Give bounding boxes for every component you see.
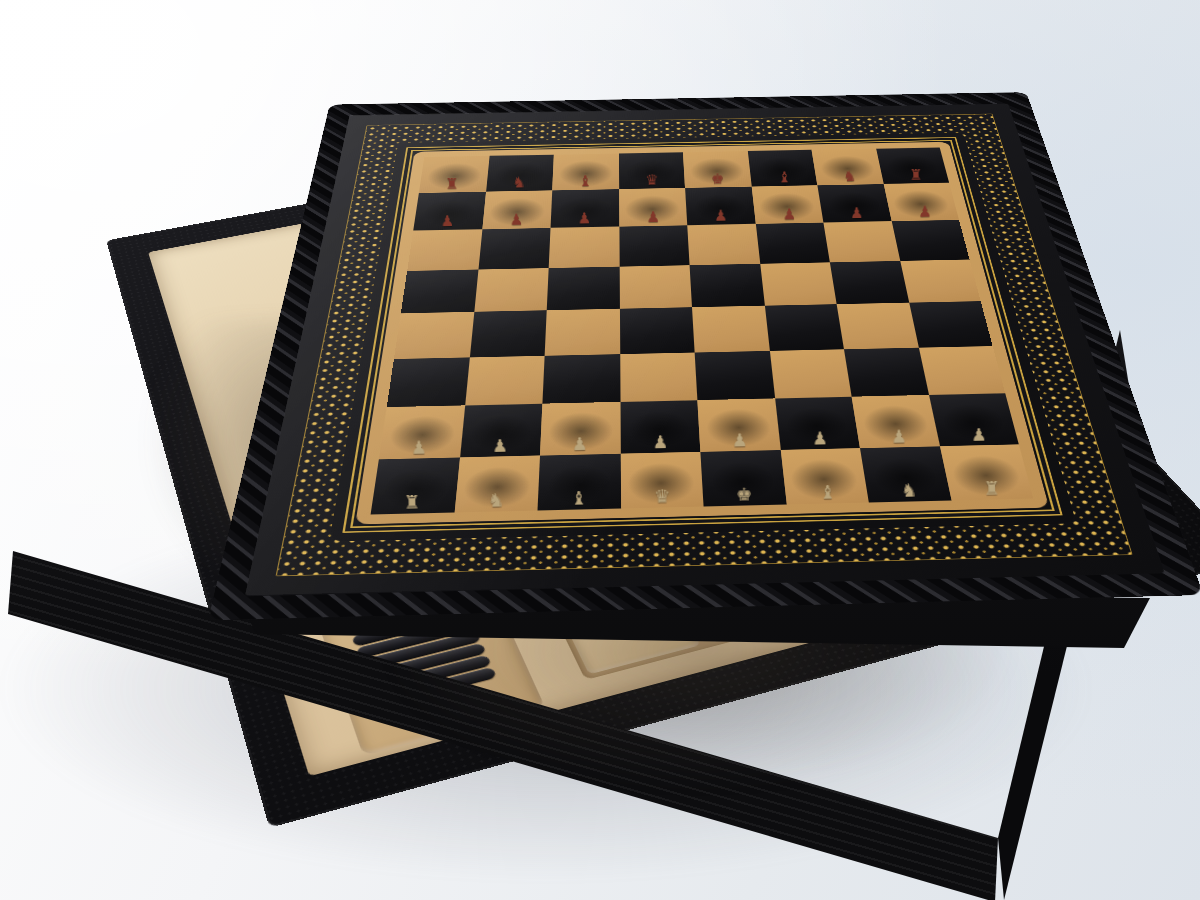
square-b6[interactable]	[478, 228, 550, 269]
square-b1[interactable]: ♞	[454, 455, 540, 512]
square-b8[interactable]: ♞	[486, 155, 554, 192]
square-f5[interactable]	[760, 262, 837, 306]
square-d8[interactable]: ♛	[619, 152, 686, 189]
square-e4[interactable]	[692, 306, 769, 353]
square-c1[interactable]: ♝	[537, 453, 620, 510]
square-h8[interactable]: ♜	[876, 147, 949, 183]
square-g3[interactable]	[844, 347, 929, 396]
square-h5[interactable]	[900, 259, 981, 302]
piece-black-pawn[interactable]: ♟	[578, 212, 592, 226]
square-c7[interactable]: ♟	[551, 189, 619, 228]
square-a8[interactable]: ♜	[419, 156, 489, 193]
piece-white-pawn[interactable]: ♟	[411, 440, 427, 457]
board-grid: ♜♞♝♛♚♝♞♜♟♟♟♟♟♟♟♟♟♟♟♟♟♟♟♟♜♞♝♛♚♝♞♜	[371, 147, 1034, 514]
square-d2[interactable]: ♟	[620, 400, 700, 453]
piece-white-bishop[interactable]: ♝	[819, 485, 836, 502]
piece-white-pawn[interactable]: ♟	[732, 433, 748, 450]
piece-black-pawn[interactable]: ♟	[714, 209, 728, 223]
square-f3[interactable]	[769, 349, 851, 399]
piece-black-pawn[interactable]: ♟	[850, 207, 864, 221]
square-g6[interactable]	[823, 221, 899, 262]
square-f1[interactable]: ♝	[780, 448, 869, 505]
square-g8[interactable]: ♞	[812, 149, 884, 185]
square-g4[interactable]	[837, 303, 919, 349]
square-e5[interactable]	[690, 263, 765, 307]
square-g7[interactable]: ♟	[817, 184, 891, 223]
square-b4[interactable]	[469, 310, 546, 357]
square-g1[interactable]: ♞	[860, 446, 951, 503]
piece-white-rook[interactable]: ♜	[404, 495, 421, 512]
piece-black-rook[interactable]: ♜	[446, 177, 459, 191]
piece-black-knight[interactable]: ♞	[843, 170, 856, 184]
square-e2[interactable]: ♟	[697, 398, 780, 451]
square-f4[interactable]	[764, 304, 844, 350]
piece-white-pawn[interactable]: ♟	[652, 435, 668, 452]
square-g5[interactable]	[830, 261, 909, 305]
square-d3[interactable]	[620, 352, 698, 402]
scene: ♜♞♝♛♚♝♞♜♟♟♟♟♟♟♟♟♟♟♟♟♟♟♟♟♜♞♝♛♚♝♞♜	[0, 0, 1200, 900]
square-h2[interactable]: ♟	[929, 393, 1019, 446]
square-g2[interactable]: ♟	[852, 395, 940, 448]
square-h6[interactable]	[891, 220, 969, 261]
square-e8[interactable]: ♚	[683, 151, 751, 188]
square-f7[interactable]: ♟	[751, 185, 823, 224]
square-e3[interactable]	[695, 351, 775, 401]
square-d7[interactable]: ♟	[619, 188, 688, 227]
square-b3[interactable]	[465, 355, 545, 405]
chessboard: ♜♞♝♛♚♝♞♜♟♟♟♟♟♟♟♟♟♟♟♟♟♟♟♟♜♞♝♛♚♝♞♜	[208, 92, 1200, 620]
square-a4[interactable]	[394, 312, 474, 359]
square-a7[interactable]: ♟	[413, 191, 485, 230]
piece-white-pawn[interactable]: ♟	[891, 429, 907, 446]
square-c2[interactable]: ♟	[540, 402, 620, 455]
piece-black-pawn[interactable]: ♟	[918, 205, 932, 219]
piece-white-king[interactable]: ♚	[736, 487, 753, 504]
square-h1[interactable]: ♜	[939, 444, 1033, 500]
square-d4[interactable]	[619, 307, 694, 354]
piece-white-bishop[interactable]: ♝	[571, 491, 588, 508]
piece-black-bishop[interactable]: ♝	[579, 175, 592, 189]
piece-black-bishop[interactable]: ♝	[777, 171, 790, 185]
piece-white-pawn[interactable]: ♟	[971, 427, 987, 444]
square-e7[interactable]: ♟	[685, 186, 755, 225]
piece-white-pawn[interactable]: ♟	[812, 431, 828, 448]
piece-white-rook[interactable]: ♜	[983, 481, 1000, 498]
piece-white-knight[interactable]: ♞	[901, 483, 918, 500]
square-a1[interactable]: ♜	[371, 457, 460, 514]
square-c4[interactable]	[545, 309, 620, 356]
square-f8[interactable]: ♝	[747, 150, 817, 187]
square-h7[interactable]: ♟	[883, 183, 959, 222]
square-a6[interactable]	[407, 229, 482, 270]
square-c5[interactable]	[547, 266, 620, 310]
piece-white-queen[interactable]: ♛	[654, 489, 671, 506]
piece-white-knight[interactable]: ♞	[487, 493, 504, 510]
square-d1[interactable]: ♛	[620, 452, 703, 509]
piece-black-pawn[interactable]: ♟	[646, 211, 660, 225]
piece-black-knight[interactable]: ♞	[512, 176, 525, 190]
square-f2[interactable]: ♟	[775, 397, 860, 450]
square-h4[interactable]	[909, 301, 993, 347]
square-a5[interactable]	[401, 269, 478, 313]
square-e1[interactable]: ♚	[700, 450, 786, 507]
square-b2[interactable]: ♟	[460, 404, 543, 457]
square-a3[interactable]	[387, 357, 470, 407]
piece-black-pawn[interactable]: ♟	[441, 215, 455, 229]
piece-black-pawn[interactable]: ♟	[509, 213, 523, 227]
piece-black-pawn[interactable]: ♟	[782, 208, 796, 222]
piece-black-queen[interactable]: ♛	[645, 174, 658, 188]
square-c3[interactable]	[542, 354, 620, 404]
square-b7[interactable]: ♟	[482, 190, 552, 229]
square-h3[interactable]	[918, 346, 1005, 395]
square-b5[interactable]	[474, 268, 549, 312]
square-f6[interactable]	[755, 222, 829, 263]
square-d6[interactable]	[619, 225, 690, 266]
piece-white-pawn[interactable]: ♟	[492, 438, 508, 455]
piece-white-pawn[interactable]: ♟	[572, 436, 588, 453]
square-c6[interactable]	[549, 226, 620, 267]
piece-black-rook[interactable]: ♜	[909, 169, 922, 183]
square-c8[interactable]: ♝	[552, 153, 618, 190]
square-d5[interactable]	[619, 265, 692, 309]
square-e6[interactable]	[687, 224, 760, 265]
piece-black-king[interactable]: ♚	[711, 172, 724, 186]
square-a2[interactable]: ♟	[379, 405, 465, 459]
